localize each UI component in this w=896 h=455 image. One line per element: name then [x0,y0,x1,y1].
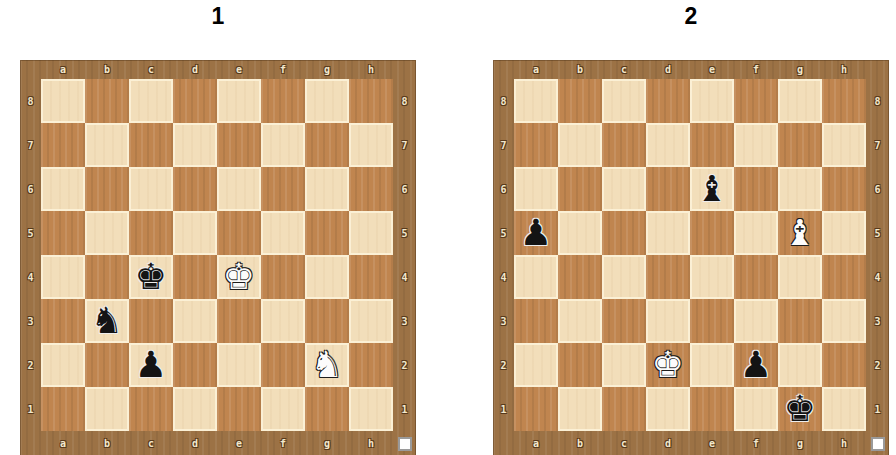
square-f4 [734,255,778,299]
board-corner-top-left [20,60,41,79]
square-b8 [558,79,602,123]
diagram-row: 1 abcdefgh887766554♚♚43♞32♟♞211abcdefgh … [0,0,896,455]
square-a3 [514,299,558,343]
square-d2 [173,343,217,387]
file-label-bottom-a: a [514,431,558,455]
rank-label-right-5: 5 [866,211,889,255]
file-label-bottom-c: c [602,431,646,455]
square-g8 [778,79,822,123]
white-knight: ♞ [311,343,343,387]
square-d8 [646,79,690,123]
rank-label-left-3: 3 [20,299,41,343]
square-a8 [41,79,85,123]
rank-label-left-3: 3 [493,299,514,343]
rank-label-left-4: 4 [20,255,41,299]
square-g3 [305,299,349,343]
white-to-move-indicator [871,437,885,451]
square-f3 [734,299,778,343]
rank-label-left-6: 6 [20,167,41,211]
square-c5 [129,211,173,255]
square-a5 [41,211,85,255]
rank-label-right-1: 1 [393,387,416,431]
square-f7 [734,123,778,167]
square-h3 [349,299,393,343]
square-d7 [173,123,217,167]
file-label-top-a: a [514,60,558,79]
square-a7 [514,123,558,167]
square-e8 [217,79,261,123]
white-king: ♚ [652,343,684,387]
square-e3 [690,299,734,343]
square-b2 [558,343,602,387]
square-c1 [129,387,173,431]
square-h6 [822,167,866,211]
square-e8 [690,79,734,123]
square-f6 [261,167,305,211]
square-d6 [646,167,690,211]
board-corner-bottom-right [866,431,889,455]
diagram-1-number: 1 [20,0,416,60]
chess-board-2: abcdefgh88776♝65♟♝544332♚♟21♚1abcdefgh [493,60,889,455]
rank-label-right-3: 3 [393,299,416,343]
chess-diagram-1: 1 abcdefgh887766554♚♚43♞32♟♞211abcdefgh [20,0,416,455]
rank-label-left-5: 5 [20,211,41,255]
square-c8 [129,79,173,123]
file-label-top-b: b [85,60,129,79]
file-label-bottom-a: a [41,431,85,455]
file-label-top-a: a [41,60,85,79]
square-h4 [349,255,393,299]
square-c4: ♚ [129,255,173,299]
square-c6 [602,167,646,211]
square-h8 [822,79,866,123]
square-a6 [41,167,85,211]
square-b7 [558,123,602,167]
square-b1 [558,387,602,431]
square-a8 [514,79,558,123]
square-g8 [305,79,349,123]
square-f1 [734,387,778,431]
rank-label-left-6: 6 [493,167,514,211]
square-g1 [305,387,349,431]
square-e6: ♝ [690,167,734,211]
rank-label-right-4: 4 [866,255,889,299]
file-label-bottom-g: g [778,431,822,455]
square-d1 [646,387,690,431]
board-corner-bottom-right [393,431,416,455]
rank-label-left-1: 1 [20,387,41,431]
square-b4 [85,255,129,299]
file-label-bottom-f: f [734,431,778,455]
square-g3 [778,299,822,343]
square-e5 [690,211,734,255]
square-e4: ♚ [217,255,261,299]
file-label-top-h: h [822,60,866,79]
file-label-top-c: c [602,60,646,79]
white-to-move-indicator [398,437,412,451]
rank-label-left-2: 2 [493,343,514,387]
square-h7 [349,123,393,167]
square-d1 [173,387,217,431]
chess-board-1: abcdefgh887766554♚♚43♞32♟♞211abcdefgh [20,60,416,455]
file-label-bottom-f: f [261,431,305,455]
square-e7 [217,123,261,167]
rank-label-left-8: 8 [493,79,514,123]
file-label-top-g: g [778,60,822,79]
square-g7 [778,123,822,167]
square-a6 [514,167,558,211]
square-h2 [349,343,393,387]
square-a7 [41,123,85,167]
file-label-top-e: e [690,60,734,79]
square-h2 [822,343,866,387]
square-a4 [41,255,85,299]
square-c7 [129,123,173,167]
chess-diagram-2: 2 abcdefgh88776♝65♟♝544332♚♟21♚1abcdefgh [493,0,889,455]
square-a1 [514,387,558,431]
square-h5 [349,211,393,255]
puzzle-sheet: 1 abcdefgh887766554♚♚43♞32♟♞211abcdefgh … [0,0,896,455]
square-c3 [129,299,173,343]
rank-label-right-2: 2 [866,343,889,387]
square-d3 [646,299,690,343]
square-c7 [602,123,646,167]
square-f1 [261,387,305,431]
square-h4 [822,255,866,299]
square-f2 [261,343,305,387]
rank-label-right-6: 6 [866,167,889,211]
square-f3 [261,299,305,343]
board-corner-top-right [866,60,889,79]
file-label-bottom-c: c [129,431,173,455]
square-d4 [646,255,690,299]
black-bishop: ♝ [696,167,728,211]
rank-label-right-3: 3 [866,299,889,343]
square-h6 [349,167,393,211]
square-a4 [514,255,558,299]
square-a2 [514,343,558,387]
square-e3 [217,299,261,343]
square-e1 [690,387,734,431]
square-c3 [602,299,646,343]
rank-label-left-4: 4 [493,255,514,299]
file-label-bottom-d: d [646,431,690,455]
square-g4 [778,255,822,299]
square-b6 [558,167,602,211]
square-h8 [349,79,393,123]
file-label-top-f: f [734,60,778,79]
board-corner-bottom-left [20,431,41,455]
rank-label-right-8: 8 [393,79,416,123]
square-e2 [217,343,261,387]
file-label-top-e: e [217,60,261,79]
square-f5 [261,211,305,255]
square-h1 [349,387,393,431]
board-corner-bottom-left [493,431,514,455]
square-c2 [602,343,646,387]
file-label-bottom-g: g [305,431,349,455]
square-g2 [778,343,822,387]
square-b5 [558,211,602,255]
square-f2: ♟ [734,343,778,387]
file-label-bottom-h: h [349,431,393,455]
square-h7 [822,123,866,167]
file-label-bottom-d: d [173,431,217,455]
file-label-bottom-e: e [217,431,261,455]
square-b6 [85,167,129,211]
square-e5 [217,211,261,255]
rank-label-right-7: 7 [393,123,416,167]
file-label-top-d: d [173,60,217,79]
square-d2: ♚ [646,343,690,387]
black-pawn: ♟ [520,211,552,255]
square-c8 [602,79,646,123]
square-g6 [778,167,822,211]
square-b7 [85,123,129,167]
file-label-bottom-e: e [690,431,734,455]
rank-label-left-1: 1 [493,387,514,431]
square-d3 [173,299,217,343]
square-h3 [822,299,866,343]
square-d8 [173,79,217,123]
file-label-top-h: h [349,60,393,79]
file-label-top-g: g [305,60,349,79]
white-bishop: ♝ [784,211,816,255]
square-c4 [602,255,646,299]
square-f7 [261,123,305,167]
square-e6 [217,167,261,211]
square-b2 [85,343,129,387]
square-d5 [646,211,690,255]
rank-label-left-7: 7 [493,123,514,167]
square-g5 [305,211,349,255]
rank-label-right-7: 7 [866,123,889,167]
file-label-top-f: f [261,60,305,79]
square-b8 [85,79,129,123]
square-g5: ♝ [778,211,822,255]
square-e1 [217,387,261,431]
square-h5 [822,211,866,255]
black-pawn: ♟ [135,343,167,387]
square-c5 [602,211,646,255]
white-king: ♚ [223,255,255,299]
square-f4 [261,255,305,299]
square-f5 [734,211,778,255]
board-corner-top-right [393,60,416,79]
square-b3 [558,299,602,343]
square-h1 [822,387,866,431]
file-label-bottom-b: b [85,431,129,455]
file-label-top-d: d [646,60,690,79]
file-label-bottom-h: h [822,431,866,455]
rank-label-left-8: 8 [20,79,41,123]
square-d4 [173,255,217,299]
square-b1 [85,387,129,431]
rank-label-right-4: 4 [393,255,416,299]
square-g4 [305,255,349,299]
square-f8 [734,79,778,123]
square-d6 [173,167,217,211]
square-g7 [305,123,349,167]
rank-label-right-2: 2 [393,343,416,387]
square-f8 [261,79,305,123]
square-a3 [41,299,85,343]
rank-label-right-1: 1 [866,387,889,431]
square-e2 [690,343,734,387]
square-c6 [129,167,173,211]
square-f6 [734,167,778,211]
square-g6 [305,167,349,211]
rank-label-left-2: 2 [20,343,41,387]
square-c2: ♟ [129,343,173,387]
diagram-2-number: 2 [493,0,889,60]
square-d7 [646,123,690,167]
black-king: ♚ [784,387,816,431]
square-a5: ♟ [514,211,558,255]
square-e4 [690,255,734,299]
square-b3: ♞ [85,299,129,343]
black-knight: ♞ [91,299,123,343]
square-d5 [173,211,217,255]
square-a1 [41,387,85,431]
square-a2 [41,343,85,387]
rank-label-right-6: 6 [393,167,416,211]
square-b4 [558,255,602,299]
square-g2: ♞ [305,343,349,387]
square-g1: ♚ [778,387,822,431]
rank-label-right-8: 8 [866,79,889,123]
square-e7 [690,123,734,167]
board-corner-top-left [493,60,514,79]
rank-label-left-7: 7 [20,123,41,167]
rank-label-left-5: 5 [493,211,514,255]
square-b5 [85,211,129,255]
black-pawn: ♟ [740,343,772,387]
square-c1 [602,387,646,431]
file-label-top-b: b [558,60,602,79]
file-label-bottom-b: b [558,431,602,455]
black-king: ♚ [135,255,167,299]
file-label-top-c: c [129,60,173,79]
rank-label-right-5: 5 [393,211,416,255]
